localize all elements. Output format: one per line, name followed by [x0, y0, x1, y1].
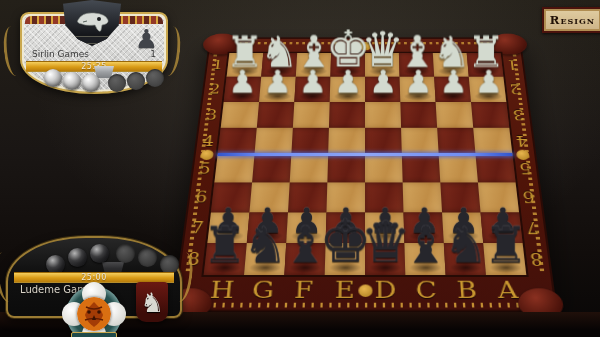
- white-pawn[interactable]: ♟: [333, 68, 361, 98]
- white-pawn[interactable]: ♟: [228, 68, 256, 98]
- duel-stone-empty: [127, 72, 145, 90]
- square-d2[interactable]: ♟: [365, 77, 400, 102]
- player-score: 1: [150, 49, 156, 59]
- coordinate-label: 4: [196, 128, 221, 155]
- black-knight[interactable]: ♞: [443, 222, 488, 269]
- square-a8[interactable]: ♜: [483, 243, 526, 275]
- coordinate-label: 2: [503, 77, 527, 102]
- player-name: Sirlin Games: [32, 49, 89, 59]
- coordinate-label: 1: [501, 53, 524, 77]
- square-e5[interactable]: [327, 155, 365, 183]
- duel-stone-empty: [116, 244, 135, 263]
- square-h4[interactable]: [218, 128, 257, 155]
- panther-skull-icon: [71, 9, 113, 37]
- square-g2[interactable]: ♟: [259, 77, 296, 102]
- square-f5[interactable]: [290, 155, 328, 183]
- square-c2[interactable]: ♟: [400, 77, 436, 102]
- board-grid: ♜♞♝♚♛♝♞♜♟♟♟♟♟♟♟♟♟♟♟♟♟♟♟♟♜♞♝♚♛♝♞♜: [204, 53, 527, 275]
- square-e2[interactable]: ♟: [330, 77, 365, 102]
- square-g3[interactable]: [257, 102, 295, 128]
- square-h5[interactable]: [214, 155, 254, 183]
- white-pawn[interactable]: ♟: [474, 68, 502, 98]
- square-b4[interactable]: [437, 128, 475, 155]
- square-f4[interactable]: [291, 128, 329, 155]
- knight-icon: ♞: [140, 289, 164, 316]
- square-d3[interactable]: [365, 102, 401, 128]
- coordinate-label: B: [446, 275, 489, 304]
- coordinate-label: 3: [506, 102, 530, 128]
- duel-stone-filled: [90, 244, 109, 263]
- square-g5[interactable]: [252, 155, 291, 183]
- square-a3[interactable]: [471, 102, 509, 128]
- duel-stone-empty: [108, 74, 126, 92]
- coordinate-label: H: [200, 275, 244, 304]
- coordinate-label: 6: [516, 183, 542, 212]
- square-a4[interactable]: [473, 128, 512, 155]
- game-screen: 12345678 12345678 HGFEDCBA ♜♞♝♚♛♝♞♜♟♟♟♟♟…: [0, 0, 600, 337]
- square-h8[interactable]: ♜: [204, 243, 247, 275]
- square-e3[interactable]: [329, 102, 365, 128]
- white-pawn[interactable]: ♟: [298, 68, 326, 98]
- resign-button[interactable]: Resign: [542, 7, 600, 33]
- square-b2[interactable]: ♟: [434, 77, 471, 102]
- square-d5[interactable]: [365, 155, 403, 183]
- square-b3[interactable]: [436, 102, 474, 128]
- duel-stone-filled: [82, 74, 100, 92]
- black-knight[interactable]: ♞: [242, 222, 287, 269]
- coordinate-label: E: [324, 275, 365, 304]
- duel-stone-filled: [63, 72, 81, 90]
- black-rook[interactable]: ♜: [483, 222, 528, 269]
- black-rook[interactable]: ♜: [202, 222, 247, 269]
- square-c4[interactable]: [401, 128, 439, 155]
- coordinate-label: D: [365, 275, 406, 304]
- white-pawn[interactable]: ♟: [369, 68, 397, 98]
- coordinate-label: 4: [509, 128, 534, 155]
- square-b5[interactable]: [439, 155, 478, 183]
- army-knight-badge: ♞: [136, 282, 168, 322]
- chess-board: 12345678 12345678 HGFEDCBA ♜♞♝♚♛♝♞♜♟♟♟♟♟…: [175, 39, 555, 310]
- square-h3[interactable]: [221, 102, 259, 128]
- tiger-face-icon: [77, 297, 111, 331]
- square-d4[interactable]: [365, 128, 402, 155]
- square-g8[interactable]: ♞: [244, 243, 286, 275]
- tiger-crest: [66, 286, 122, 337]
- square-d8[interactable]: ♛: [365, 243, 405, 275]
- square-h2[interactable]: ♟: [224, 77, 261, 102]
- white-pawn[interactable]: ♟: [439, 68, 467, 98]
- square-b8[interactable]: ♞: [444, 243, 486, 275]
- square-c5[interactable]: [402, 155, 440, 183]
- duel-stone-empty: [146, 69, 164, 87]
- crest-banner: [71, 332, 117, 337]
- square-g4[interactable]: [254, 128, 292, 155]
- black-queen[interactable]: ♛: [360, 216, 411, 270]
- white-pawn[interactable]: ♟: [404, 68, 432, 98]
- square-f2[interactable]: ♟: [294, 77, 330, 102]
- coordinate-label: 3: [199, 102, 223, 128]
- coordinate-label: C: [405, 275, 447, 304]
- coordinate-label: F: [283, 275, 325, 304]
- square-a2[interactable]: ♟: [469, 77, 506, 102]
- player-panel-white: ♟ Sirlin Games 1 25:35: [6, 0, 178, 100]
- duel-stone-filled: [44, 69, 62, 87]
- coordinate-label: A: [486, 275, 530, 304]
- square-f3[interactable]: [293, 102, 330, 128]
- gold-chevron-trim: [187, 303, 544, 308]
- player-panel-black: 25:00 Ludeme Games 251 ♞: [6, 236, 182, 318]
- duel-stone-filled: [68, 248, 87, 267]
- square-e4[interactable]: [328, 128, 365, 155]
- square-c3[interactable]: [400, 102, 437, 128]
- file-labels-bottom: HGFEDCBA: [200, 275, 529, 304]
- coordinate-label: 2: [203, 77, 227, 102]
- midline-marker: [217, 153, 512, 156]
- coordinate-label: 5: [512, 155, 538, 183]
- clock-time: 25:00: [81, 273, 107, 282]
- coordinate-label: G: [242, 275, 285, 304]
- white-pawn[interactable]: ♟: [263, 68, 291, 98]
- duel-stone-empty: [138, 248, 157, 267]
- square-a5[interactable]: [476, 155, 516, 183]
- square-e8[interactable]: ♚: [325, 243, 365, 275]
